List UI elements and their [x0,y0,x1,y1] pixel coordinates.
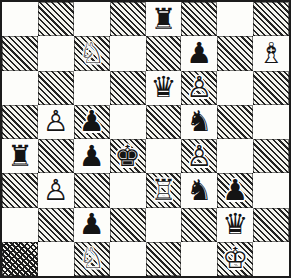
square-a4[interactable]: ♜ [2,139,38,173]
square-a2[interactable] [2,208,38,242]
square-e1[interactable] [146,242,182,276]
square-e6[interactable]: ♛ [146,71,182,105]
square-b4[interactable] [38,139,74,173]
piece-black-pawn: ♟ [79,107,105,136]
chess-diagram: ♜♘♟♗♛♙♙♟♞♜♟♚♙♙♖♞♟♟♛♘♔ [0,0,291,278]
square-b7[interactable] [38,36,74,70]
square-d2[interactable] [110,208,146,242]
square-f7[interactable]: ♟ [181,36,217,70]
square-c2[interactable]: ♟ [74,208,110,242]
square-h5[interactable] [253,105,289,139]
square-d8[interactable] [110,2,146,36]
square-g5[interactable] [217,105,253,139]
piece-white-knight: ♘ [79,244,105,273]
square-a7[interactable] [2,36,38,70]
square-f8[interactable] [181,2,217,36]
square-f1[interactable] [181,242,217,276]
square-d5[interactable] [110,105,146,139]
piece-white-rook: ♖ [150,176,176,205]
square-h8[interactable] [253,2,289,36]
square-e5[interactable] [146,105,182,139]
square-f5[interactable]: ♞ [181,105,217,139]
square-b8[interactable] [38,2,74,36]
square-c6[interactable] [74,71,110,105]
piece-black-king: ♚ [115,142,141,171]
piece-white-pawn: ♙ [186,142,212,171]
piece-black-knight: ♞ [186,107,212,136]
piece-white-pawn: ♙ [43,107,69,136]
square-h3[interactable] [253,173,289,207]
piece-white-pawn: ♙ [43,176,69,205]
square-h7[interactable]: ♗ [253,36,289,70]
square-g3[interactable]: ♟ [217,173,253,207]
square-d1[interactable] [110,242,146,276]
square-f3[interactable]: ♞ [181,173,217,207]
square-a6[interactable] [2,71,38,105]
square-g2[interactable]: ♛ [217,208,253,242]
piece-black-rook: ♜ [7,142,33,171]
piece-white-bishop: ♗ [258,39,284,68]
square-b6[interactable] [38,71,74,105]
piece-black-pawn: ♟ [79,210,105,239]
square-f4[interactable]: ♙ [181,139,217,173]
piece-black-knight: ♞ [186,176,212,205]
piece-black-rook: ♜ [150,5,176,34]
square-b1[interactable] [38,242,74,276]
piece-white-king: ♔ [222,244,248,273]
square-f2[interactable] [181,208,217,242]
square-a3[interactable] [2,173,38,207]
square-d6[interactable] [110,71,146,105]
square-b5[interactable]: ♙ [38,105,74,139]
piece-black-pawn: ♟ [186,39,212,68]
piece-white-knight: ♘ [79,39,105,68]
square-a8[interactable] [2,2,38,36]
square-f6[interactable]: ♙ [181,71,217,105]
piece-black-pawn: ♟ [79,142,105,171]
square-d3[interactable] [110,173,146,207]
square-h4[interactable] [253,139,289,173]
square-a5[interactable] [2,105,38,139]
square-h6[interactable] [253,71,289,105]
piece-black-pawn: ♟ [222,176,248,205]
square-b2[interactable] [38,208,74,242]
square-g7[interactable] [217,36,253,70]
square-b3[interactable]: ♙ [38,173,74,207]
square-c1[interactable]: ♘ [74,242,110,276]
square-e4[interactable] [146,139,182,173]
square-c5[interactable]: ♟ [74,105,110,139]
square-g8[interactable] [217,2,253,36]
piece-black-queen: ♛ [222,210,248,239]
square-e2[interactable] [146,208,182,242]
square-h2[interactable] [253,208,289,242]
square-c7[interactable]: ♘ [74,36,110,70]
square-e8[interactable]: ♜ [146,2,182,36]
square-c8[interactable] [74,2,110,36]
piece-black-queen: ♛ [150,73,176,102]
square-e7[interactable] [146,36,182,70]
square-g4[interactable] [217,139,253,173]
square-c3[interactable] [74,173,110,207]
chess-board: ♜♘♟♗♛♙♙♟♞♜♟♚♙♙♖♞♟♟♛♘♔ [2,2,289,276]
piece-white-pawn: ♙ [186,73,212,102]
square-c4[interactable]: ♟ [74,139,110,173]
square-h1[interactable] [253,242,289,276]
square-e3[interactable]: ♖ [146,173,182,207]
square-a1[interactable] [2,242,38,276]
square-d7[interactable] [110,36,146,70]
square-d4[interactable]: ♚ [110,139,146,173]
square-g6[interactable] [217,71,253,105]
square-g1[interactable]: ♔ [217,242,253,276]
